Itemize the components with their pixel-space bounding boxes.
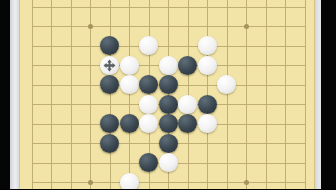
stone-white — [178, 95, 197, 114]
stone-black — [139, 75, 158, 94]
stone-black — [159, 95, 178, 114]
move-cursor-icon — [103, 59, 116, 72]
grid-line-vertical — [305, 0, 306, 189]
grid-line-vertical — [71, 0, 72, 189]
stone-black — [100, 75, 119, 94]
stone-black — [159, 114, 178, 133]
stone-white — [198, 36, 217, 55]
star-point — [244, 180, 249, 185]
star-point — [88, 180, 93, 185]
grid-line-vertical — [129, 0, 130, 189]
stone-white — [139, 36, 158, 55]
stone-black — [100, 114, 119, 133]
stone-black — [159, 134, 178, 153]
letterbox-right — [321, 0, 336, 189]
stone-black — [139, 153, 158, 172]
star-point — [88, 24, 93, 29]
letterbox-left — [0, 0, 10, 189]
video-frame — [0, 0, 336, 189]
stone-black — [178, 56, 197, 75]
star-point — [244, 24, 249, 29]
stone-black — [100, 134, 119, 153]
stone-black — [178, 114, 197, 133]
gomoku-board[interactable] — [19, 0, 315, 189]
grid-line-vertical — [285, 0, 286, 189]
stone-black — [159, 75, 178, 94]
grid-line-vertical — [32, 0, 33, 189]
stone-black — [100, 36, 119, 55]
stone-white — [159, 56, 178, 75]
stone-black — [120, 114, 139, 133]
stone-white — [198, 114, 217, 133]
grid-line-vertical — [227, 0, 228, 189]
stone-white — [217, 75, 236, 94]
stone-white — [139, 95, 158, 114]
stone-white-last-move — [100, 56, 119, 75]
grid-line-vertical — [266, 0, 267, 189]
stone-white — [159, 153, 178, 172]
stone-white — [198, 56, 217, 75]
stone-white — [120, 56, 139, 75]
grid-line-vertical — [110, 0, 111, 189]
stone-white — [139, 114, 158, 133]
grid-line-horizontal — [32, 182, 306, 183]
grid-line-vertical — [51, 0, 52, 189]
stone-white — [120, 75, 139, 94]
stone-white — [120, 173, 139, 190]
stone-black — [198, 95, 217, 114]
